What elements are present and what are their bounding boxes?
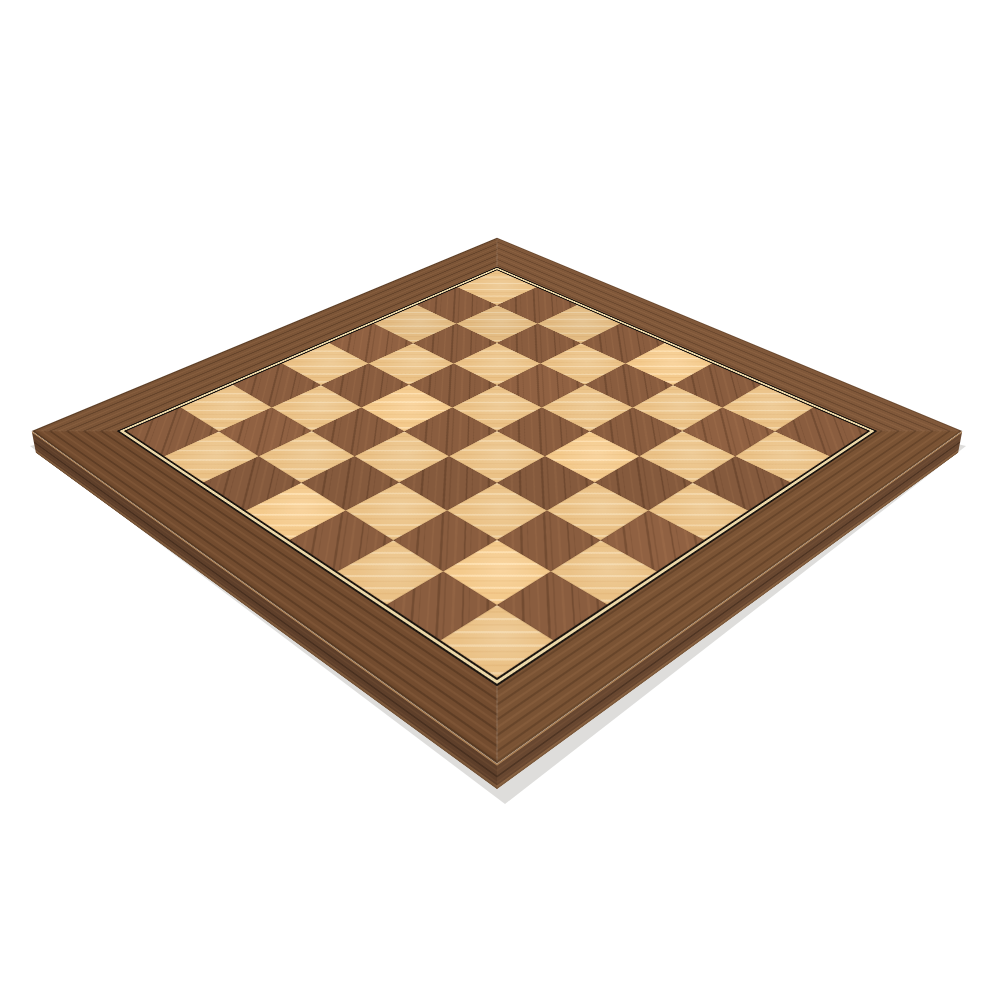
square-h3	[550, 540, 657, 605]
square-g6	[640, 431, 735, 482]
photo-background	[0, 0, 1000, 1000]
square-e1	[290, 510, 394, 571]
square-f5	[545, 431, 640, 482]
board-top-face	[32, 238, 963, 764]
square-e2	[346, 482, 447, 539]
square-c2	[259, 431, 354, 482]
square-e4	[449, 431, 544, 482]
square-g1	[387, 571, 497, 640]
square-f2	[393, 510, 497, 571]
square-d2	[301, 456, 399, 510]
square-f3	[447, 482, 548, 539]
square-h5	[648, 482, 749, 539]
square-g4	[547, 482, 648, 539]
square-d3	[354, 431, 449, 482]
square-h7	[735, 431, 830, 482]
square-h4	[601, 510, 705, 571]
squares-grid	[126, 270, 867, 678]
square-h6	[693, 456, 791, 510]
inlay-inner-dark-line	[124, 269, 871, 680]
square-h2	[497, 571, 607, 640]
square-g5	[595, 456, 693, 510]
square-b1	[164, 431, 259, 482]
board-scene	[0, 0, 1000, 1000]
inlay-outer-dark-line	[117, 267, 878, 687]
square-h1	[440, 605, 554, 678]
square-e3	[399, 456, 497, 510]
square-g3	[497, 510, 601, 571]
square-f1	[337, 540, 444, 605]
square-c1	[204, 456, 302, 510]
inlay-light-line	[119, 268, 874, 684]
square-d1	[246, 482, 347, 539]
square-g2	[444, 540, 551, 605]
square-f4	[497, 456, 595, 510]
